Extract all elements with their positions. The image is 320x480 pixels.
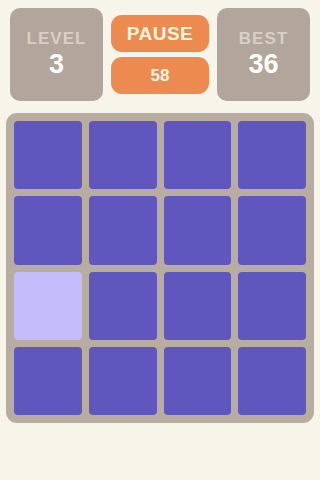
tile-r2c3[interactable] (164, 196, 232, 264)
pause-button[interactable]: PAUSE (111, 15, 209, 52)
timer-display: 58 (111, 57, 209, 94)
pause-timer-group: PAUSE 58 (111, 8, 209, 101)
tile-r4c1[interactable] (14, 347, 82, 415)
best-badge: BEST 36 (217, 8, 310, 101)
tile-r4c3[interactable] (164, 347, 232, 415)
best-label: BEST (239, 30, 288, 49)
tile-r1c4[interactable] (238, 121, 306, 189)
tile-r4c4[interactable] (238, 347, 306, 415)
tile-r3c1-odd[interactable] (14, 272, 82, 340)
app-root: LEVEL 3 PAUSE 58 BEST 36 (0, 0, 320, 480)
tile-r1c1[interactable] (14, 121, 82, 189)
level-value: 3 (49, 50, 64, 80)
tile-r3c3[interactable] (164, 272, 232, 340)
board-grid (6, 113, 314, 423)
tile-r3c4[interactable] (238, 272, 306, 340)
tile-r2c2[interactable] (89, 196, 157, 264)
header: LEVEL 3 PAUSE 58 BEST 36 (0, 8, 320, 101)
tile-r1c3[interactable] (164, 121, 232, 189)
tile-r4c2[interactable] (89, 347, 157, 415)
level-badge: LEVEL 3 (10, 8, 103, 101)
best-value: 36 (248, 50, 278, 80)
tile-r2c4[interactable] (238, 196, 306, 264)
tile-r3c2[interactable] (89, 272, 157, 340)
tile-r1c2[interactable] (89, 121, 157, 189)
tile-r2c1[interactable] (14, 196, 82, 264)
level-label: LEVEL (27, 30, 87, 49)
